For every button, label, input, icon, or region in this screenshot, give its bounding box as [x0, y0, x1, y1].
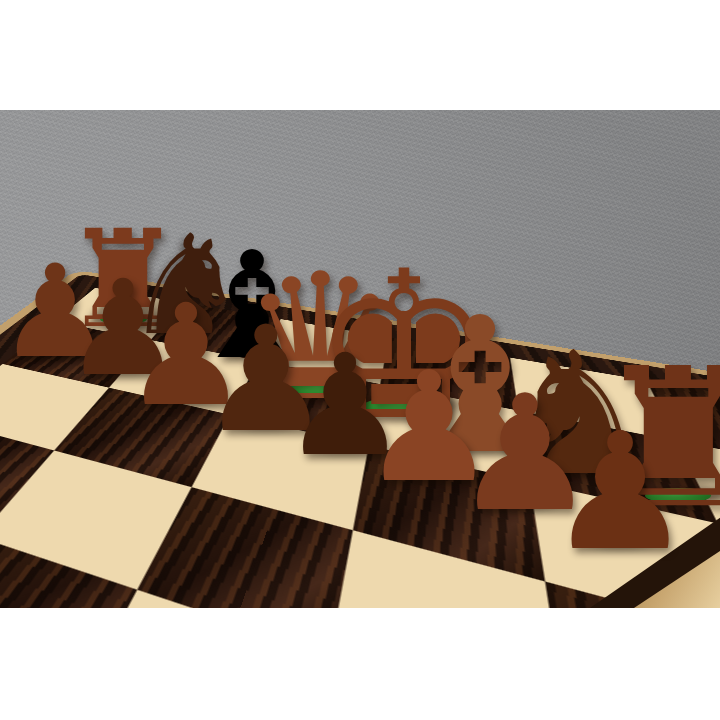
photo-canvas: ♜♞♝♛♚♝♞♜♟♟♟♟♟♟♟♟: [0, 0, 720, 720]
piece-pawn-h7: ♟: [547, 411, 692, 573]
photo-area: ♜♞♝♛♚♝♞♜♟♟♟♟♟♟♟♟: [0, 110, 720, 608]
